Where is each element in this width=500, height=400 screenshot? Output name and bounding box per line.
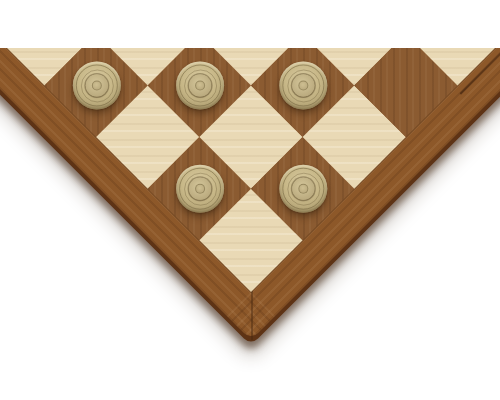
- piece-centre-boss: [292, 74, 314, 96]
- checker-piece[interactable]: [279, 165, 327, 213]
- checker-piece[interactable]: [72, 61, 120, 109]
- checker-piece[interactable]: [175, 165, 223, 213]
- piece-centre-dimple: [194, 80, 204, 90]
- frame-mitre-joint: [251, 291, 253, 340]
- board-photo: [0, 0, 500, 400]
- piece-centre-dimple: [91, 80, 101, 90]
- piece-centre-boss: [188, 74, 210, 96]
- checker-piece[interactable]: [279, 61, 327, 109]
- piece-centre-boss: [85, 74, 107, 96]
- checkers-board: [0, 0, 500, 340]
- piece-centre-dimple: [298, 80, 308, 90]
- checker-piece[interactable]: [175, 61, 223, 109]
- piece-centre-dimple: [194, 184, 204, 194]
- piece-centre-boss: [292, 178, 314, 200]
- piece-centre-boss: [188, 178, 210, 200]
- photo-crop-band: [0, 0, 500, 48]
- piece-centre-dimple: [298, 184, 308, 194]
